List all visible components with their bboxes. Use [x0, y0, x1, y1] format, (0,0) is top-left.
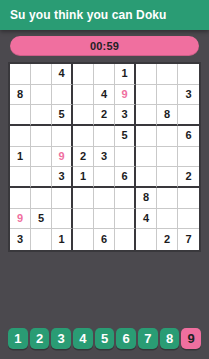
cell-r5c2[interactable] — [31, 147, 52, 168]
cell-r7c8[interactable] — [157, 188, 178, 209]
cell-r8c3[interactable] — [52, 209, 73, 230]
cell-r5c3[interactable]: 9 — [52, 147, 73, 168]
cell-r7c5[interactable] — [94, 188, 115, 209]
cell-r9c4[interactable] — [73, 229, 94, 250]
cell-r4c1[interactable] — [10, 126, 31, 147]
cell-r9c9[interactable]: 7 — [178, 229, 199, 250]
cell-r3c4[interactable] — [73, 105, 94, 126]
cell-r5c5[interactable]: 3 — [94, 147, 115, 168]
cell-r8c4[interactable] — [73, 209, 94, 230]
cell-r1c4[interactable] — [73, 64, 94, 85]
number-button-9[interactable]: 9 — [181, 328, 201, 349]
cell-r1c7[interactable] — [136, 64, 157, 85]
timer-pill: 00:59 — [10, 36, 199, 56]
number-button-8[interactable]: 8 — [160, 328, 180, 349]
cell-r1c9[interactable] — [178, 64, 199, 85]
cell-r8c9[interactable] — [178, 209, 199, 230]
cell-r2c3[interactable] — [52, 85, 73, 106]
cell-r9c2[interactable] — [31, 229, 52, 250]
app-title-bar: Su you think you can Doku — [0, 0, 209, 30]
cell-r8c1[interactable]: 9 — [10, 209, 31, 230]
cell-r2c8[interactable] — [157, 85, 178, 106]
cell-r3c9[interactable] — [178, 105, 199, 126]
cell-r5c7[interactable] — [136, 147, 157, 168]
cell-r6c4[interactable]: 1 — [73, 167, 94, 188]
cell-r2c4[interactable] — [73, 85, 94, 106]
cell-r1c5[interactable] — [94, 64, 115, 85]
cell-r3c7[interactable] — [136, 105, 157, 126]
cell-r4c6[interactable]: 5 — [115, 126, 136, 147]
cell-r5c9[interactable] — [178, 147, 199, 168]
cell-r8c7[interactable]: 4 — [136, 209, 157, 230]
cell-r7c7[interactable]: 8 — [136, 188, 157, 209]
cell-r2c6[interactable]: 9 — [115, 85, 136, 106]
cell-r9c5[interactable]: 6 — [94, 229, 115, 250]
cell-r4c4[interactable] — [73, 126, 94, 147]
cell-r3c5[interactable]: 2 — [94, 105, 115, 126]
sudoku-board: 41849352385619233162895431627 — [8, 62, 201, 252]
timer-container: 00:59 — [0, 30, 209, 56]
cell-r8c5[interactable] — [94, 209, 115, 230]
cell-r2c7[interactable] — [136, 85, 157, 106]
cell-r1c2[interactable] — [31, 64, 52, 85]
cell-r4c7[interactable] — [136, 126, 157, 147]
number-button-5[interactable]: 5 — [95, 328, 115, 349]
cell-r6c9[interactable]: 2 — [178, 167, 199, 188]
cell-r1c1[interactable] — [10, 64, 31, 85]
cell-r1c8[interactable] — [157, 64, 178, 85]
cell-r3c1[interactable] — [10, 105, 31, 126]
cell-r2c1[interactable]: 8 — [10, 85, 31, 106]
cell-r3c6[interactable]: 3 — [115, 105, 136, 126]
cell-r3c3[interactable]: 5 — [52, 105, 73, 126]
cell-r4c2[interactable] — [31, 126, 52, 147]
cell-r4c5[interactable] — [94, 126, 115, 147]
board-container: 41849352385619233162895431627 — [0, 56, 209, 252]
cell-r4c9[interactable]: 6 — [178, 126, 199, 147]
number-button-4[interactable]: 4 — [73, 328, 93, 349]
cell-r6c3[interactable]: 3 — [52, 167, 73, 188]
cell-r5c6[interactable] — [115, 147, 136, 168]
number-button-3[interactable]: 3 — [51, 328, 71, 349]
cell-r6c7[interactable] — [136, 167, 157, 188]
cell-r7c9[interactable] — [178, 188, 199, 209]
cell-r2c2[interactable] — [31, 85, 52, 106]
cell-r7c1[interactable] — [10, 188, 31, 209]
number-button-7[interactable]: 7 — [138, 328, 158, 349]
cell-r9c8[interactable]: 2 — [157, 229, 178, 250]
cell-r6c8[interactable] — [157, 167, 178, 188]
cell-r3c2[interactable] — [31, 105, 52, 126]
cell-r2c9[interactable]: 3 — [178, 85, 199, 106]
cell-r1c6[interactable]: 1 — [115, 64, 136, 85]
cell-r4c3[interactable] — [52, 126, 73, 147]
cell-r6c1[interactable] — [10, 167, 31, 188]
cell-r3c8[interactable]: 8 — [157, 105, 178, 126]
cell-r4c8[interactable] — [157, 126, 178, 147]
cell-r9c6[interactable] — [115, 229, 136, 250]
cell-r5c1[interactable]: 1 — [10, 147, 31, 168]
cell-r9c7[interactable] — [136, 229, 157, 250]
cell-r8c2[interactable]: 5 — [31, 209, 52, 230]
cell-r8c8[interactable] — [157, 209, 178, 230]
cell-r9c1[interactable]: 3 — [10, 229, 31, 250]
cell-r6c5[interactable] — [94, 167, 115, 188]
number-pad: 123456789 — [8, 328, 201, 349]
number-button-1[interactable]: 1 — [8, 328, 28, 349]
cell-r9c3[interactable]: 1 — [52, 229, 73, 250]
cell-r6c6[interactable]: 6 — [115, 167, 136, 188]
cell-r8c6[interactable] — [115, 209, 136, 230]
cell-r7c4[interactable] — [73, 188, 94, 209]
cell-r7c2[interactable] — [31, 188, 52, 209]
number-button-2[interactable]: 2 — [30, 328, 50, 349]
cell-r7c3[interactable] — [52, 188, 73, 209]
cell-r1c3[interactable]: 4 — [52, 64, 73, 85]
timer-value: 00:59 — [90, 40, 119, 52]
page-title: Su you think you can Doku — [10, 8, 167, 22]
cell-r5c8[interactable] — [157, 147, 178, 168]
cell-r6c2[interactable] — [31, 167, 52, 188]
number-button-6[interactable]: 6 — [116, 328, 136, 349]
cell-r2c5[interactable]: 4 — [94, 85, 115, 106]
cell-r5c4[interactable]: 2 — [73, 147, 94, 168]
cell-r7c6[interactable] — [115, 188, 136, 209]
